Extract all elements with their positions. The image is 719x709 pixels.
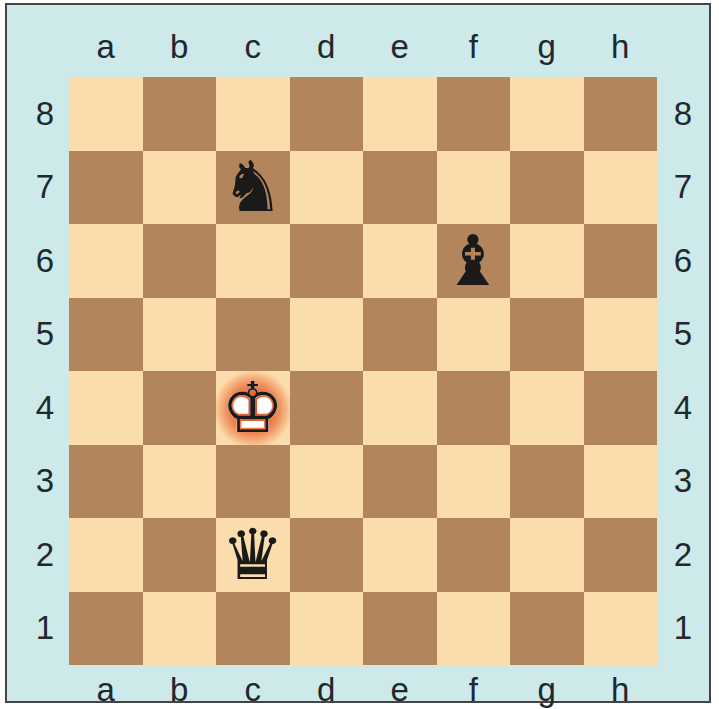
rank-label-6: 6 — [657, 224, 709, 298]
rank-label-2: 2 — [19, 518, 71, 592]
square-h1[interactable] — [584, 592, 658, 666]
square-e8[interactable] — [363, 77, 437, 151]
square-b8[interactable] — [143, 77, 217, 151]
square-b1[interactable] — [143, 592, 217, 666]
square-a2[interactable] — [69, 518, 143, 592]
square-f2[interactable] — [437, 518, 511, 592]
rank-label-4: 4 — [657, 371, 709, 445]
square-d6[interactable] — [290, 224, 364, 298]
file-label-b: b — [143, 23, 217, 71]
square-c6[interactable] — [216, 224, 290, 298]
square-d1[interactable] — [290, 592, 364, 666]
black-knight-glyph: ♞ — [221, 152, 284, 222]
square-b2[interactable] — [143, 518, 217, 592]
square-e5[interactable] — [363, 298, 437, 372]
square-f1[interactable] — [437, 592, 511, 666]
file-label-e: e — [363, 23, 437, 71]
rank-label-3: 3 — [19, 445, 71, 519]
rank-label-5: 5 — [19, 298, 71, 372]
square-a7[interactable] — [69, 151, 143, 225]
board-frame: abcdefgh abcdefgh 87654321 87654321 ♞♝♚♔… — [5, 3, 711, 703]
square-a8[interactable] — [69, 77, 143, 151]
piece-black-bishop-f6[interactable]: ♝ — [437, 224, 511, 298]
file-label-a: a — [69, 23, 143, 71]
square-c2[interactable]: ♛ — [216, 518, 290, 592]
piece-black-queen-c2[interactable]: ♛ — [216, 518, 290, 592]
square-f4[interactable] — [437, 371, 511, 445]
rank-label-1: 1 — [657, 592, 709, 666]
square-d4[interactable] — [290, 371, 364, 445]
square-h7[interactable] — [584, 151, 658, 225]
square-c7[interactable]: ♞ — [216, 151, 290, 225]
file-label-g: g — [510, 666, 584, 709]
file-label-g: g — [510, 23, 584, 71]
chess-board: ♞♝♚♔♛ — [69, 77, 657, 665]
square-g7[interactable] — [510, 151, 584, 225]
rank-label-3: 3 — [657, 445, 709, 519]
square-a1[interactable] — [69, 592, 143, 666]
square-b5[interactable] — [143, 298, 217, 372]
square-c8[interactable] — [216, 77, 290, 151]
rank-label-1: 1 — [19, 592, 71, 666]
square-h8[interactable] — [584, 77, 658, 151]
square-f7[interactable] — [437, 151, 511, 225]
square-c4[interactable]: ♚♔ — [216, 371, 290, 445]
square-c5[interactable] — [216, 298, 290, 372]
rank-labels-right: 87654321 — [657, 77, 709, 665]
rank-label-8: 8 — [19, 77, 71, 151]
square-f6[interactable]: ♝ — [437, 224, 511, 298]
square-b4[interactable] — [143, 371, 217, 445]
square-b6[interactable] — [143, 224, 217, 298]
square-d7[interactable] — [290, 151, 364, 225]
rank-label-6: 6 — [19, 224, 71, 298]
file-label-f: f — [437, 23, 511, 71]
square-d2[interactable] — [290, 518, 364, 592]
piece-black-knight-c7[interactable]: ♞ — [216, 151, 290, 225]
square-e6[interactable] — [363, 224, 437, 298]
square-g2[interactable] — [510, 518, 584, 592]
white-piece-outline: ♔ — [221, 367, 284, 449]
file-label-e: e — [363, 666, 437, 709]
file-label-h: h — [584, 23, 658, 71]
square-g4[interactable] — [510, 371, 584, 445]
file-label-c: c — [216, 666, 290, 709]
square-g3[interactable] — [510, 445, 584, 519]
square-g1[interactable] — [510, 592, 584, 666]
rank-label-7: 7 — [19, 151, 71, 225]
square-h3[interactable] — [584, 445, 658, 519]
square-c3[interactable] — [216, 445, 290, 519]
square-e1[interactable] — [363, 592, 437, 666]
square-f5[interactable] — [437, 298, 511, 372]
file-label-f: f — [437, 666, 511, 709]
file-label-h: h — [584, 666, 658, 709]
rank-label-8: 8 — [657, 77, 709, 151]
file-label-d: d — [290, 666, 364, 709]
square-f3[interactable] — [437, 445, 511, 519]
square-h5[interactable] — [584, 298, 658, 372]
rank-label-4: 4 — [19, 371, 71, 445]
rank-label-5: 5 — [657, 298, 709, 372]
file-label-a: a — [69, 666, 143, 709]
square-e3[interactable] — [363, 445, 437, 519]
square-d5[interactable] — [290, 298, 364, 372]
square-g6[interactable] — [510, 224, 584, 298]
page: abcdefgh abcdefgh 87654321 87654321 ♞♝♚♔… — [0, 0, 719, 709]
black-queen-glyph: ♛ — [221, 520, 284, 590]
rank-label-7: 7 — [657, 151, 709, 225]
square-h6[interactable] — [584, 224, 658, 298]
square-h2[interactable] — [584, 518, 658, 592]
file-labels-top: abcdefgh — [69, 23, 657, 71]
square-b7[interactable] — [143, 151, 217, 225]
file-label-d: d — [290, 23, 364, 71]
square-a3[interactable] — [69, 445, 143, 519]
square-a4[interactable] — [69, 371, 143, 445]
rank-labels-left: 87654321 — [19, 77, 71, 665]
square-e4[interactable] — [363, 371, 437, 445]
square-a6[interactable] — [69, 224, 143, 298]
piece-white-king-c4[interactable]: ♚♔ — [216, 371, 290, 445]
square-d3[interactable] — [290, 445, 364, 519]
square-h4[interactable] — [584, 371, 658, 445]
square-c1[interactable] — [216, 592, 290, 666]
file-label-b: b — [143, 666, 217, 709]
square-f8[interactable] — [437, 77, 511, 151]
square-a5[interactable] — [69, 298, 143, 372]
file-labels-bottom: abcdefgh — [69, 666, 657, 709]
square-b3[interactable] — [143, 445, 217, 519]
square-g5[interactable] — [510, 298, 584, 372]
square-e2[interactable] — [363, 518, 437, 592]
black-bishop-glyph: ♝ — [442, 226, 505, 296]
square-d8[interactable] — [290, 77, 364, 151]
rank-label-2: 2 — [657, 518, 709, 592]
square-g8[interactable] — [510, 77, 584, 151]
square-e7[interactable] — [363, 151, 437, 225]
file-label-c: c — [216, 23, 290, 71]
